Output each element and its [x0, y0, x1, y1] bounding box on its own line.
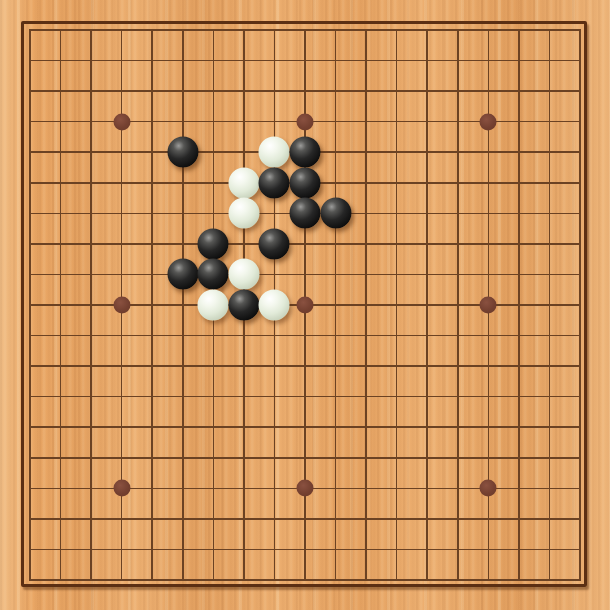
stone-white — [198, 290, 229, 321]
star-point — [113, 480, 130, 497]
stone-black — [198, 259, 229, 290]
grid-line — [457, 29, 459, 581]
grid-line — [518, 29, 520, 581]
stone-white — [228, 198, 259, 229]
grid-line — [29, 579, 581, 581]
grid-line — [29, 365, 581, 367]
grid-line — [29, 426, 581, 428]
grid-line — [29, 518, 581, 520]
star-point — [480, 480, 497, 497]
board-grid — [0, 0, 610, 610]
stone-white — [228, 167, 259, 198]
grid-line — [29, 457, 581, 459]
grid-line — [549, 29, 551, 581]
star-point — [113, 297, 130, 314]
stone-black — [290, 167, 321, 198]
stone-black — [290, 198, 321, 229]
stone-black — [290, 137, 321, 168]
stone-black — [198, 228, 229, 259]
grid-line — [29, 396, 581, 398]
grid-line — [426, 29, 428, 581]
stone-white — [259, 137, 290, 168]
stone-black — [228, 290, 259, 321]
stone-black — [259, 228, 290, 259]
stone-black — [259, 167, 290, 198]
stone-white — [228, 259, 259, 290]
stone-black — [320, 198, 351, 229]
grid-line — [579, 29, 581, 581]
go-board — [0, 0, 610, 610]
stone-white — [259, 290, 290, 321]
star-point — [297, 480, 314, 497]
star-point — [480, 113, 497, 130]
grid-line — [29, 549, 581, 551]
star-point — [480, 297, 497, 314]
star-point — [297, 297, 314, 314]
grid-line — [29, 335, 581, 337]
grid-line — [396, 29, 398, 581]
stone-black — [167, 259, 198, 290]
grid-line — [365, 29, 367, 581]
star-point — [297, 113, 314, 130]
grid-line — [335, 29, 337, 581]
stone-black — [167, 137, 198, 168]
star-point — [113, 113, 130, 130]
